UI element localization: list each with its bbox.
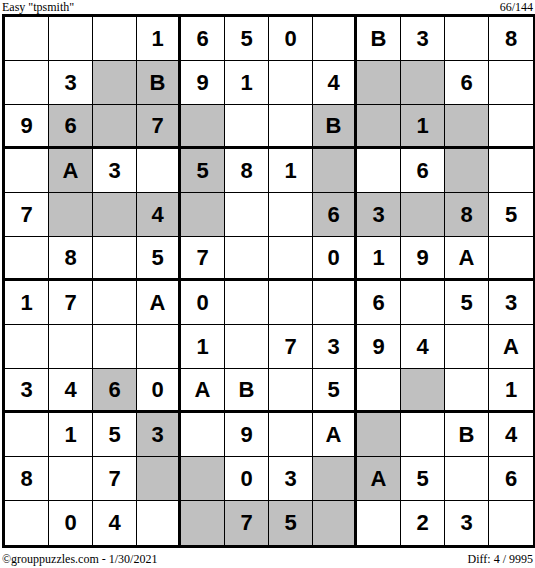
- cell-r2c4[interactable]: B: [137, 61, 181, 105]
- cell-r9c2[interactable]: 4: [49, 369, 93, 413]
- cell-r12c4[interactable]: [137, 501, 181, 545]
- cell-r1c7[interactable]: 0: [269, 17, 313, 61]
- cell-r8c2[interactable]: [49, 325, 93, 369]
- cell-r10c2[interactable]: 1: [49, 413, 93, 457]
- cell-r12c10[interactable]: 2: [401, 501, 445, 545]
- cell-r4c7[interactable]: 1: [269, 149, 313, 193]
- cell-r5c11[interactable]: 8: [445, 193, 489, 237]
- cell-r1c10[interactable]: 3: [401, 17, 445, 61]
- cell-r11c6[interactable]: 0: [225, 457, 269, 501]
- cell-r2c1[interactable]: [5, 61, 49, 105]
- cell-r3c3[interactable]: [93, 105, 137, 149]
- cell-r9c8[interactable]: 5: [313, 369, 357, 413]
- cell-r5c4[interactable]: 4: [137, 193, 181, 237]
- cell-r3c8[interactable]: B: [313, 105, 357, 149]
- cell-r1c6[interactable]: 5: [225, 17, 269, 61]
- cell-r3c11[interactable]: [445, 105, 489, 149]
- cell-r2c12[interactable]: [489, 61, 533, 105]
- cell-r4c2[interactable]: A: [49, 149, 93, 193]
- cell-r7c2[interactable]: 7: [49, 281, 93, 325]
- cell-r4c11[interactable]: [445, 149, 489, 193]
- cell-r7c10[interactable]: [401, 281, 445, 325]
- cell-r2c5[interactable]: 9: [181, 61, 225, 105]
- cell-r3c2[interactable]: 6: [49, 105, 93, 149]
- cell-r11c11[interactable]: [445, 457, 489, 501]
- cell-r11c9[interactable]: A: [357, 457, 401, 501]
- cell-r3c9[interactable]: [357, 105, 401, 149]
- cell-r7c6[interactable]: [225, 281, 269, 325]
- cell-r4c9[interactable]: [357, 149, 401, 193]
- cell-r10c6[interactable]: 9: [225, 413, 269, 457]
- cell-r6c8[interactable]: 0: [313, 237, 357, 281]
- cell-r6c5[interactable]: 7: [181, 237, 225, 281]
- cell-r7c1[interactable]: 1: [5, 281, 49, 325]
- cell-r1c11[interactable]: [445, 17, 489, 61]
- cell-r8c10[interactable]: 4: [401, 325, 445, 369]
- cell-r2c8[interactable]: 4: [313, 61, 357, 105]
- cell-r5c12[interactable]: 5: [489, 193, 533, 237]
- cell-r9c5[interactable]: A: [181, 369, 225, 413]
- cell-r10c8[interactable]: A: [313, 413, 357, 457]
- cell-r5c6[interactable]: [225, 193, 269, 237]
- cell-r9c9[interactable]: [357, 369, 401, 413]
- cell-r10c1[interactable]: [5, 413, 49, 457]
- cell-r8c6[interactable]: [225, 325, 269, 369]
- cell-r1c8[interactable]: [313, 17, 357, 61]
- cell-r8c3[interactable]: [93, 325, 137, 369]
- cell-r6c10[interactable]: 9: [401, 237, 445, 281]
- cell-r12c12[interactable]: [489, 501, 533, 545]
- cell-r11c1[interactable]: 8: [5, 457, 49, 501]
- cell-r12c2[interactable]: 0: [49, 501, 93, 545]
- cell-r5c2[interactable]: [49, 193, 93, 237]
- difficulty-text: Diff: 4 / 9995: [468, 552, 533, 566]
- cell-r1c2[interactable]: [49, 17, 93, 61]
- cell-r1c3[interactable]: [93, 17, 137, 61]
- cell-r10c4[interactable]: 3: [137, 413, 181, 457]
- cell-r2c6[interactable]: 1: [225, 61, 269, 105]
- cell-r4c5[interactable]: 5: [181, 149, 225, 193]
- cell-r7c12[interactable]: 3: [489, 281, 533, 325]
- cell-r6c12[interactable]: [489, 237, 533, 281]
- cell-r3c10[interactable]: 1: [401, 105, 445, 149]
- cell-r11c12[interactable]: 6: [489, 457, 533, 501]
- cell-r5c7[interactable]: [269, 193, 313, 237]
- cell-r9c3[interactable]: 6: [93, 369, 137, 413]
- cell-r11c7[interactable]: 3: [269, 457, 313, 501]
- cell-r9c4[interactable]: 0: [137, 369, 181, 413]
- cell-r5c8[interactable]: 6: [313, 193, 357, 237]
- cell-r1c9[interactable]: B: [357, 17, 401, 61]
- cell-r1c1[interactable]: [5, 17, 49, 61]
- cell-r6c3[interactable]: [93, 237, 137, 281]
- cell-r6c4[interactable]: 5: [137, 237, 181, 281]
- cell-r8c11[interactable]: [445, 325, 489, 369]
- cell-r6c6[interactable]: [225, 237, 269, 281]
- cell-r2c2[interactable]: 3: [49, 61, 93, 105]
- sudoku-board: 1650B383B9146967B1A35816746385857019A17A…: [2, 14, 535, 548]
- cell-r2c7[interactable]: [269, 61, 313, 105]
- cell-r11c4[interactable]: [137, 457, 181, 501]
- cell-r7c11[interactable]: 5: [445, 281, 489, 325]
- cell-r7c9[interactable]: 6: [357, 281, 401, 325]
- cell-r8c12[interactable]: A: [489, 325, 533, 369]
- clue-counter: 66/144: [500, 1, 533, 14]
- cell-r11c2[interactable]: [49, 457, 93, 501]
- cell-r9c11[interactable]: [445, 369, 489, 413]
- cell-r12c9[interactable]: [357, 501, 401, 545]
- cell-r3c1[interactable]: 9: [5, 105, 49, 149]
- cell-r10c11[interactable]: B: [445, 413, 489, 457]
- cell-r1c5[interactable]: 6: [181, 17, 225, 61]
- cell-r8c5[interactable]: 1: [181, 325, 225, 369]
- cell-r3c12[interactable]: [489, 105, 533, 149]
- cell-r1c4[interactable]: 1: [137, 17, 181, 61]
- cell-r5c9[interactable]: 3: [357, 193, 401, 237]
- cell-r7c5[interactable]: 0: [181, 281, 225, 325]
- cell-r2c11[interactable]: 6: [445, 61, 489, 105]
- cell-r9c10[interactable]: [401, 369, 445, 413]
- cell-r5c5[interactable]: [181, 193, 225, 237]
- cell-r8c7[interactable]: 7: [269, 325, 313, 369]
- cell-r2c9[interactable]: [357, 61, 401, 105]
- copyright-text: ©grouppuzzles.com - 1/30/2021: [2, 552, 157, 566]
- header: Easy "tpsmith" 66/144: [0, 0, 535, 14]
- footer: ©grouppuzzles.com - 1/30/2021 Diff: 4 / …: [0, 552, 535, 566]
- cell-r10c10[interactable]: [401, 413, 445, 457]
- cell-r1c12[interactable]: 8: [489, 17, 533, 61]
- cell-r4c4[interactable]: [137, 149, 181, 193]
- cell-r5c3[interactable]: [93, 193, 137, 237]
- cell-r11c5[interactable]: [181, 457, 225, 501]
- cell-r6c2[interactable]: 8: [49, 237, 93, 281]
- cell-r2c10[interactable]: [401, 61, 445, 105]
- cell-r10c9[interactable]: [357, 413, 401, 457]
- cell-r6c9[interactable]: 1: [357, 237, 401, 281]
- cell-r12c11[interactable]: 3: [445, 501, 489, 545]
- cell-r5c1[interactable]: 7: [5, 193, 49, 237]
- cell-r7c8[interactable]: [313, 281, 357, 325]
- cell-r12c8[interactable]: [313, 501, 357, 545]
- cell-r11c10[interactable]: 5: [401, 457, 445, 501]
- cell-r3c5[interactable]: [181, 105, 225, 149]
- cell-r8c8[interactable]: 3: [313, 325, 357, 369]
- cell-r10c7[interactable]: [269, 413, 313, 457]
- cell-r4c10[interactable]: 6: [401, 149, 445, 193]
- cell-r7c7[interactable]: [269, 281, 313, 325]
- cell-r12c1[interactable]: [5, 501, 49, 545]
- cell-r10c3[interactable]: 5: [93, 413, 137, 457]
- cell-r8c9[interactable]: 9: [357, 325, 401, 369]
- cell-r4c1[interactable]: [5, 149, 49, 193]
- cell-r8c1[interactable]: [5, 325, 49, 369]
- cell-r6c11[interactable]: A: [445, 237, 489, 281]
- cell-r3c6[interactable]: [225, 105, 269, 149]
- cell-r2c3[interactable]: [93, 61, 137, 105]
- cell-r4c12[interactable]: [489, 149, 533, 193]
- cell-r12c3[interactable]: 4: [93, 501, 137, 545]
- cell-r10c12[interactable]: 4: [489, 413, 533, 457]
- cell-r12c5[interactable]: [181, 501, 225, 545]
- cell-r10c5[interactable]: [181, 413, 225, 457]
- cell-r11c3[interactable]: 7: [93, 457, 137, 501]
- cell-r7c4[interactable]: A: [137, 281, 181, 325]
- cell-r12c7[interactable]: 5: [269, 501, 313, 545]
- cell-r6c1[interactable]: [5, 237, 49, 281]
- cell-r4c3[interactable]: 3: [93, 149, 137, 193]
- cell-r9c7[interactable]: [269, 369, 313, 413]
- cell-r8c4[interactable]: [137, 325, 181, 369]
- cell-r9c12[interactable]: 1: [489, 369, 533, 413]
- cell-r6c7[interactable]: [269, 237, 313, 281]
- cell-r3c7[interactable]: [269, 105, 313, 149]
- cell-r4c6[interactable]: 8: [225, 149, 269, 193]
- cell-r12c6[interactable]: 7: [225, 501, 269, 545]
- cell-r3c4[interactable]: 7: [137, 105, 181, 149]
- cell-r9c6[interactable]: B: [225, 369, 269, 413]
- cell-r9c1[interactable]: 3: [5, 369, 49, 413]
- puzzle-page: Easy "tpsmith" 66/144 1650B383B9146967B1…: [0, 0, 535, 568]
- cell-r7c3[interactable]: [93, 281, 137, 325]
- cell-r4c8[interactable]: [313, 149, 357, 193]
- puzzle-title: Easy "tpsmith": [2, 1, 74, 14]
- cell-r11c8[interactable]: [313, 457, 357, 501]
- cell-r5c10[interactable]: [401, 193, 445, 237]
